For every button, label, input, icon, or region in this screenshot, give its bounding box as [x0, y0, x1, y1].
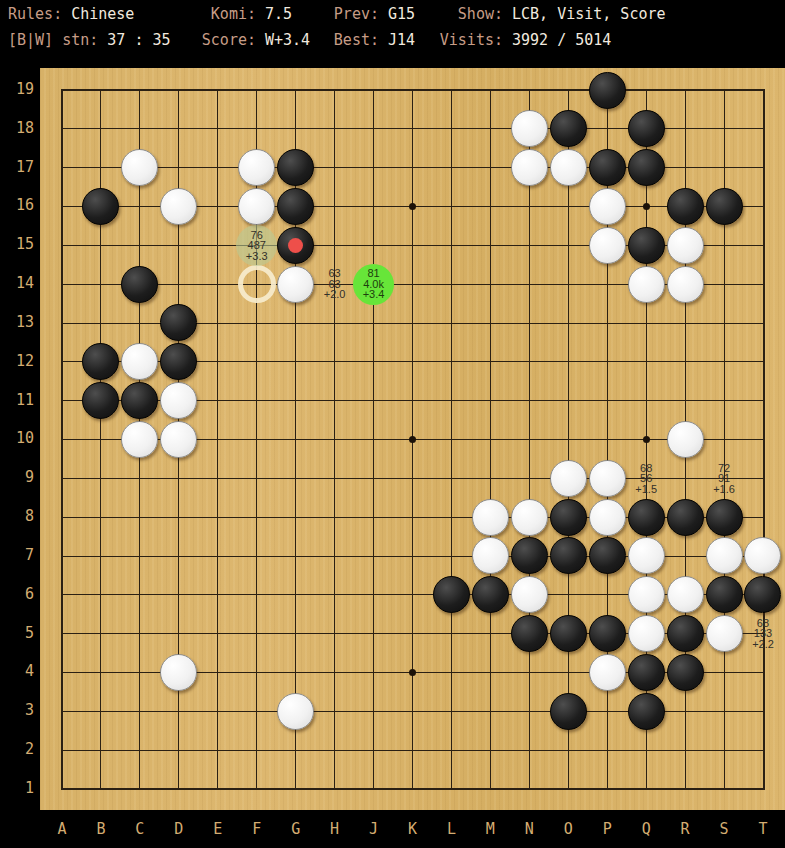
black-stone: [667, 615, 704, 652]
candidate-stat: 56: [640, 473, 652, 484]
white-stone: [277, 693, 314, 730]
header-rules: Rules:Chinese: [8, 4, 134, 24]
last-move-marker: [288, 238, 303, 253]
row-label: 8: [2, 507, 34, 525]
black-stone: [550, 110, 587, 147]
white-stone: [667, 421, 704, 458]
white-stone: [472, 499, 509, 536]
white-stone: [238, 188, 275, 225]
star-point: [643, 203, 650, 210]
row-label: 11: [2, 391, 34, 409]
white-stone: [667, 266, 704, 303]
candidate-ring-marker[interactable]: [238, 265, 276, 303]
komi-label: Komi:: [198, 4, 256, 24]
col-label: R: [673, 820, 697, 838]
col-label: L: [439, 820, 463, 838]
candidate-stat: +3.4: [363, 289, 385, 300]
black-stone: [589, 537, 626, 574]
show-label: Show:: [438, 4, 503, 24]
candidate-stat: +2.2: [752, 639, 774, 650]
black-stone: [589, 615, 626, 652]
candidate-stat: +1.5: [635, 484, 657, 495]
header-visits: Visits:3992 / 5014: [438, 30, 611, 50]
white-stone: [511, 149, 548, 186]
col-label: D: [167, 820, 191, 838]
white-stone: [706, 537, 743, 574]
stones-label: [B|W] stn:: [8, 30, 98, 50]
black-stone: [706, 188, 743, 225]
star-point: [643, 436, 650, 443]
white-stone: [628, 266, 665, 303]
star-point: [409, 203, 416, 210]
white-stone: [744, 537, 781, 574]
candidate-move[interactable]: 7291+1.6: [704, 458, 745, 499]
col-label: Q: [634, 820, 658, 838]
visits-label: Visits:: [438, 30, 503, 50]
black-stone: [628, 149, 665, 186]
row-label: 2: [2, 740, 34, 758]
white-stone: [511, 110, 548, 147]
black-stone: [628, 654, 665, 691]
stones-value: 37 : 35: [107, 31, 170, 49]
black-stone: [667, 499, 704, 536]
row-label: 3: [2, 701, 34, 719]
col-label: N: [517, 820, 541, 838]
row-label: 1: [2, 779, 34, 797]
black-stone: [550, 693, 587, 730]
black-stone: [121, 266, 158, 303]
komi-value: 7.5: [265, 5, 292, 23]
black-stone: [706, 576, 743, 613]
white-stone: [589, 460, 626, 497]
candidate-move[interactable]: 76487+3.3: [236, 225, 277, 266]
white-stone: [628, 615, 665, 652]
row-label: 7: [2, 546, 34, 564]
row-label: 19: [2, 80, 34, 98]
col-label: B: [89, 820, 113, 838]
star-point: [409, 669, 416, 676]
black-stone: [706, 499, 743, 536]
row-label: 15: [2, 235, 34, 253]
header-best: Best:J14: [332, 30, 415, 50]
col-label: A: [50, 820, 74, 838]
black-stone: [277, 188, 314, 225]
black-stone: [550, 499, 587, 536]
candidate-stat: +2.0: [324, 289, 346, 300]
grid-line-horizontal: [62, 750, 763, 751]
white-stone: [628, 576, 665, 613]
col-label: S: [712, 820, 736, 838]
black-stone: [550, 615, 587, 652]
white-stone: [277, 266, 314, 303]
go-analysis-app: Rules:Chinese Komi:7.5 Prev:G15 Show:LCB…: [0, 0, 785, 848]
row-label: 16: [2, 196, 34, 214]
prev-value: G15: [388, 5, 415, 23]
star-point: [409, 436, 416, 443]
prev-label: Prev:: [332, 4, 379, 24]
col-label: G: [284, 820, 308, 838]
show-value: LCB, Visit, Score: [512, 5, 666, 23]
row-label: 14: [2, 274, 34, 292]
black-stone: [550, 537, 587, 574]
candidate-move[interactable]: 68133+2.2: [742, 613, 783, 654]
header-komi: Komi:7.5: [198, 4, 292, 24]
candidate-move[interactable]: 6856+1.5: [626, 458, 667, 499]
col-label: C: [128, 820, 152, 838]
go-board[interactable]: 76487+3.36363+2.0814.0k+3.46856+1.57291+…: [40, 68, 785, 810]
candidate-stat: 487: [248, 240, 266, 251]
black-stone: [433, 576, 470, 613]
col-label: O: [556, 820, 580, 838]
black-stone: [667, 188, 704, 225]
black-stone: [744, 576, 781, 613]
black-stone: [628, 227, 665, 264]
best-value: J14: [388, 31, 415, 49]
grid-line-vertical: [451, 90, 452, 789]
black-stone: [472, 576, 509, 613]
candidate-move[interactable]: 814.0k+3.4: [353, 264, 394, 305]
white-stone: [550, 460, 587, 497]
rules-label: Rules:: [8, 4, 62, 24]
header-show: Show:LCB, Visit, Score: [438, 4, 666, 24]
white-stone: [550, 149, 587, 186]
row-label: 9: [2, 468, 34, 486]
grid-line-vertical: [568, 90, 569, 789]
col-label: P: [595, 820, 619, 838]
candidate-stat: +3.3: [246, 251, 268, 262]
row-label: 4: [2, 662, 34, 680]
row-label: 12: [2, 352, 34, 370]
white-stone: [511, 499, 548, 536]
black-stone: [628, 110, 665, 147]
header-score: Score:W+3.4: [198, 30, 310, 50]
rules-value: Chinese: [71, 5, 134, 23]
white-stone: [667, 576, 704, 613]
candidate-move[interactable]: 6363+2.0: [314, 264, 355, 305]
white-stone: [706, 615, 743, 652]
candidate-stat: 91: [718, 473, 730, 484]
col-label: J: [362, 820, 386, 838]
black-stone: [628, 499, 665, 536]
col-label: T: [751, 820, 775, 838]
col-label: K: [400, 820, 424, 838]
grid-line-vertical: [529, 90, 530, 789]
row-label: 10: [2, 429, 34, 447]
visits-value: 3992 / 5014: [512, 31, 611, 49]
score-value: W+3.4: [265, 31, 310, 49]
grid-line-vertical: [490, 90, 491, 789]
white-stone: [589, 499, 626, 536]
row-label: 5: [2, 624, 34, 642]
row-label: 6: [2, 585, 34, 603]
header-prev: Prev:G15: [332, 4, 415, 24]
col-label: F: [245, 820, 269, 838]
candidate-stat: +1.6: [713, 484, 735, 495]
black-stone: [667, 654, 704, 691]
col-label: M: [478, 820, 502, 838]
row-label: 13: [2, 313, 34, 331]
score-label: Score:: [198, 30, 256, 50]
col-label: E: [206, 820, 230, 838]
best-label: Best:: [332, 30, 379, 50]
white-stone: [589, 654, 626, 691]
row-label: 18: [2, 119, 34, 137]
black-stone: [589, 72, 626, 109]
black-stone: [511, 615, 548, 652]
white-stone: [511, 576, 548, 613]
white-stone: [589, 227, 626, 264]
white-stone: [589, 188, 626, 225]
col-label: H: [323, 820, 347, 838]
white-stone: [667, 227, 704, 264]
black-stone: [628, 693, 665, 730]
header-stones: [B|W] stn:37 : 35: [8, 30, 171, 50]
white-stone: [628, 537, 665, 574]
row-label: 17: [2, 158, 34, 176]
black-stone: [589, 149, 626, 186]
